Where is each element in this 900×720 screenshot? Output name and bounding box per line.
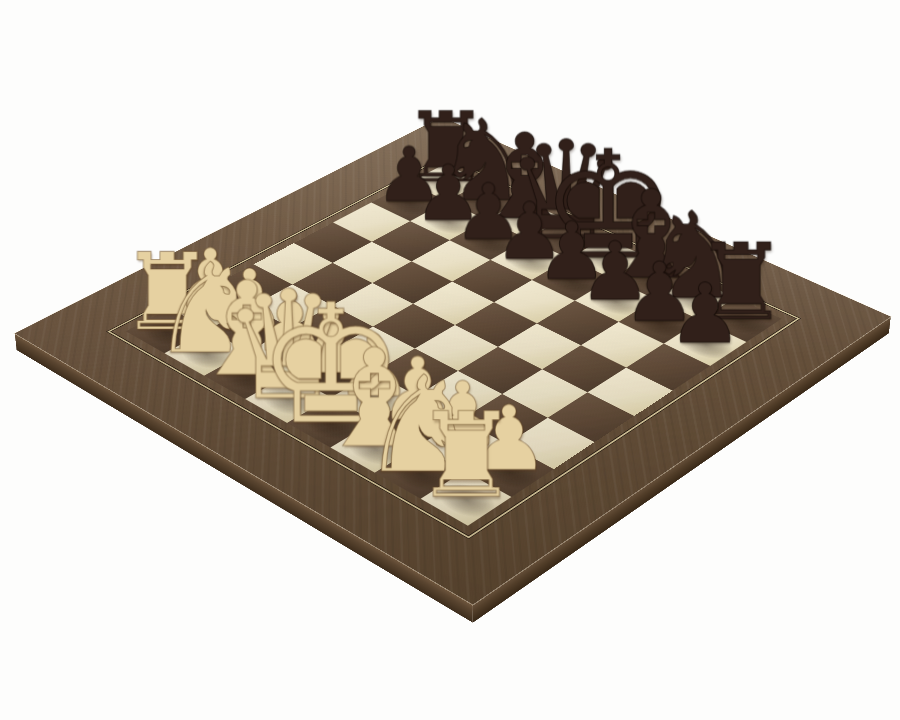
white-rook[interactable]: ♜ [414,398,519,515]
black-pawn[interactable]: ♟ [375,138,443,214]
black-pawn[interactable]: ♟ [494,192,565,271]
black-pawn[interactable]: ♟ [414,155,483,232]
piece-shadow [456,225,522,259]
square-b7[interactable]: ♟ [410,201,487,240]
square-e6[interactable] [494,280,575,323]
black-pawn[interactable]: ♟ [536,212,607,292]
square-d7[interactable]: ♟ [490,239,569,280]
piece-shadow [378,188,442,220]
piece-shadow [539,264,607,299]
square-c8[interactable]: ♝ [487,200,564,239]
piece-shadow [415,169,479,200]
square-f7[interactable]: ♟ [575,279,656,322]
square-b6[interactable] [372,221,450,261]
square-d6[interactable] [452,260,532,302]
black-pawn[interactable]: ♟ [454,174,524,252]
black-bishop[interactable]: ♝ [472,119,578,237]
piece-shadow [497,244,564,279]
square-a7[interactable]: ♟ [371,183,447,221]
chessboard: ♜♞♝♛♚♝♞♜♟♟♟♟♟♟♟♟♟♟♟♟♟♟♟♟♜♞♝♛♚♝♞♜ [15,117,891,605]
black-rook[interactable]: ♜ [403,100,490,197]
square-d5[interactable] [413,282,494,325]
piece-shadow [534,223,600,257]
black-knight[interactable]: ♞ [434,105,535,218]
square-d8[interactable]: ♛ [527,219,604,259]
black-king[interactable]: ♚ [541,131,675,281]
product-photo: Angled product photograph of a wooden St… [0,0,900,720]
board-scene: ♜♞♝♛♚♝♞♜♟♟♟♟♟♟♟♟♟♟♟♟♟♟♟♟♜♞♝♛♚♝♞♜ [0,0,900,720]
square-e7[interactable]: ♟ [532,259,612,301]
square-c6[interactable] [411,240,490,281]
square-a8[interactable]: ♜ [408,164,483,201]
black-pawn[interactable]: ♟ [579,231,651,312]
piece-shadow [581,284,650,320]
piece-shadow [493,205,558,238]
piece-shadow [575,243,642,278]
square-e8[interactable]: ♚ [569,238,647,279]
piece-shadow [416,206,481,239]
piece-shadow [454,186,519,218]
square-c7[interactable]: ♟ [450,220,528,260]
black-queen[interactable]: ♛ [505,122,627,258]
square-a6[interactable] [333,203,410,242]
square-b8[interactable]: ♞ [447,182,523,220]
